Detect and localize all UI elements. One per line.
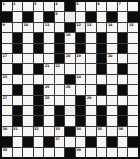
clue-number: 33 [55, 127, 59, 131]
crossword-letter-cell[interactable] [44, 116, 54, 125]
crossword-letter-cell[interactable] [34, 23, 44, 32]
crossword-letter-cell[interactable] [2, 116, 12, 125]
crossword-block-cell [44, 137, 54, 146]
crossword-block-cell [23, 137, 33, 146]
crossword-letter-cell[interactable]: 2 [13, 2, 23, 11]
crossword-letter-cell[interactable]: 15 [128, 23, 138, 32]
crossword-letter-cell[interactable] [86, 75, 96, 84]
crossword-letter-cell[interactable] [23, 106, 33, 115]
crossword-letter-cell[interactable] [107, 106, 117, 115]
clue-number: 22 [55, 64, 59, 68]
crossword-letter-cell[interactable] [34, 75, 44, 84]
crossword-letter-cell[interactable] [107, 148, 117, 157]
crossword-letter-cell[interactable] [128, 54, 138, 63]
clue-number: 17 [3, 54, 7, 58]
crossword-block-cell [76, 116, 86, 125]
crossword-block-cell [55, 44, 65, 53]
crossword-block-cell [65, 23, 75, 32]
crossword-block-cell [97, 116, 107, 125]
crossword-letter-cell[interactable] [65, 106, 75, 115]
crossword-block-cell [13, 116, 23, 125]
crossword-letter-cell[interactable] [65, 64, 75, 73]
crossword-block-cell [128, 137, 138, 146]
crossword-letter-cell[interactable] [65, 96, 75, 105]
crossword-block-cell [13, 85, 23, 94]
crossword-letter-cell[interactable]: 33 [55, 127, 65, 136]
crossword-block-cell [13, 44, 23, 53]
crossword-letter-cell[interactable] [97, 148, 107, 157]
crossword-letter-cell[interactable] [23, 96, 33, 105]
crossword-letter-cell[interactable]: 21 [44, 64, 54, 73]
crossword-letter-cell[interactable]: 1 [2, 2, 12, 11]
crossword-letter-cell[interactable] [118, 54, 128, 63]
crossword-letter-cell[interactable] [65, 116, 75, 125]
clue-number: 35 [97, 127, 101, 131]
crossword-letter-cell[interactable] [128, 2, 138, 11]
crossword-letter-cell[interactable]: 22 [55, 64, 65, 73]
crossword-block-cell [13, 33, 23, 42]
crossword-letter-cell[interactable] [23, 116, 33, 125]
crossword-letter-cell[interactable] [128, 116, 138, 125]
crossword-letter-cell[interactable]: 23 [2, 75, 12, 84]
clue-number: 23 [3, 75, 7, 79]
crossword-letter-cell[interactable] [107, 2, 117, 11]
crossword-block-cell [13, 106, 23, 115]
crossword-block-cell [76, 106, 86, 115]
crossword-block-cell [34, 33, 44, 42]
crossword-letter-cell[interactable]: 16 [65, 33, 75, 42]
crossword-block-cell [97, 44, 107, 53]
clue-number: 29 [87, 96, 91, 100]
crossword-letter-cell[interactable]: 7 [118, 2, 128, 11]
crossword-letter-cell[interactable]: 4 [55, 2, 65, 11]
crossword-letter-cell[interactable]: 10 [23, 23, 33, 32]
crossword-letter-cell[interactable]: 31 [13, 127, 23, 136]
crossword-letter-cell[interactable] [107, 96, 117, 105]
crossword-block-cell [23, 12, 33, 21]
crossword-letter-cell[interactable]: 24 [76, 75, 86, 84]
crossword-letter-cell[interactable] [118, 12, 128, 21]
crossword-letter-cell[interactable] [86, 64, 96, 73]
crossword-letter-cell[interactable] [107, 127, 117, 136]
crossword-block-cell [76, 44, 86, 53]
crossword-letter-cell[interactable] [107, 64, 117, 73]
crossword-letter-cell[interactable] [76, 85, 86, 94]
crossword-block-cell [86, 12, 96, 21]
crossword-letter-cell[interactable] [65, 137, 75, 146]
crossword-letter-cell[interactable] [44, 106, 54, 115]
crossword-letter-cell[interactable] [86, 148, 96, 157]
crossword-block-cell [86, 137, 96, 146]
crossword-letter-cell[interactable] [34, 54, 44, 63]
crossword-letter-cell[interactable] [44, 2, 54, 11]
crossword-letter-cell[interactable]: 18 [65, 54, 75, 63]
clue-number: 36 [118, 127, 122, 131]
crossword-letter-cell[interactable] [118, 96, 128, 105]
crossword-letter-cell[interactable]: 3 [34, 2, 44, 11]
crossword-letter-cell[interactable]: 19 [76, 54, 86, 63]
crossword-letter-cell[interactable] [118, 75, 128, 84]
crossword-letter-cell[interactable] [128, 75, 138, 84]
crossword-letter-cell[interactable] [76, 64, 86, 73]
crossword-letter-cell[interactable]: 17 [2, 54, 12, 63]
crossword-letter-cell[interactable] [23, 2, 33, 11]
crossword-letter-cell[interactable] [65, 44, 75, 53]
crossword-letter-cell[interactable] [128, 148, 138, 157]
clue-number: 30 [3, 127, 7, 131]
crossword-letter-cell[interactable]: 13 [86, 23, 96, 32]
crossword-letter-cell[interactable] [13, 75, 23, 84]
crossword-letter-cell[interactable] [86, 54, 96, 63]
clue-number: 25 [45, 85, 49, 89]
crossword-block-cell [76, 96, 86, 105]
crossword-letter-cell[interactable] [107, 116, 117, 125]
crossword-letter-cell[interactable] [23, 75, 33, 84]
crossword-block-cell [55, 116, 65, 125]
crossword-block-cell [65, 2, 75, 11]
crossword-letter-cell[interactable] [76, 12, 86, 21]
clue-number: 1 [3, 2, 5, 6]
clue-number: 34 [76, 127, 80, 131]
crossword-letter-cell[interactable] [44, 33, 54, 42]
crossword-block-cell [13, 64, 23, 73]
crossword-block-cell [118, 85, 128, 94]
crossword-letter-cell[interactable] [13, 96, 23, 105]
crossword-block-cell [128, 12, 138, 21]
crossword-letter-cell[interactable]: 28 [44, 96, 54, 105]
clue-number: 31 [13, 127, 17, 131]
crossword-letter-cell[interactable] [65, 12, 75, 21]
clue-number: 28 [45, 96, 49, 100]
crossword-letter-cell[interactable] [118, 137, 128, 146]
crossword-letter-cell[interactable] [23, 33, 33, 42]
clue-number: 24 [76, 75, 80, 79]
crossword-letter-cell[interactable] [128, 44, 138, 53]
crossword-letter-cell[interactable]: 20 [107, 54, 117, 63]
crossword-letter-cell[interactable]: 8 [55, 12, 65, 21]
clue-number: 5 [76, 2, 78, 6]
crossword-letter-cell[interactable] [86, 85, 96, 94]
crossword-letter-cell[interactable] [128, 85, 138, 94]
crossword-letter-cell[interactable] [76, 137, 86, 146]
crossword-letter-cell[interactable] [107, 75, 117, 84]
clue-number: 16 [66, 33, 70, 37]
crossword-letter-cell[interactable] [107, 85, 117, 94]
crossword-letter-cell[interactable] [55, 96, 65, 105]
crossword-letter-cell[interactable] [13, 12, 23, 21]
crossword-letter-cell[interactable] [2, 106, 12, 115]
crossword-block-cell [118, 33, 128, 42]
clue-number: 8 [55, 12, 57, 16]
crossword-letter-cell[interactable] [97, 12, 107, 21]
crossword-block-cell [107, 12, 117, 21]
crossword-block-cell [118, 44, 128, 53]
crossword-letter-cell[interactable] [86, 127, 96, 136]
crossword-letter-cell[interactable] [44, 54, 54, 63]
crossword-letter-cell[interactable] [23, 85, 33, 94]
crossword-letter-cell[interactable] [128, 106, 138, 115]
clue-number: 2 [13, 2, 15, 6]
crossword-block-cell [34, 116, 44, 125]
crossword-letter-cell[interactable] [86, 116, 96, 125]
crossword-letter-cell[interactable] [13, 23, 23, 32]
clue-number: 11 [45, 23, 49, 27]
clue-number: 6 [97, 2, 99, 6]
crossword-letter-cell[interactable] [34, 12, 44, 21]
clue-number: 10 [24, 23, 28, 27]
crossword-letter-cell[interactable]: 12 [76, 23, 86, 32]
crossword-letter-cell[interactable] [55, 75, 65, 84]
clue-number: 9 [3, 23, 5, 27]
crossword-letter-cell[interactable] [97, 96, 107, 105]
crossword-letter-cell[interactable]: 25 [44, 85, 54, 94]
clue-number: 12 [76, 23, 80, 27]
crossword-letter-cell[interactable] [2, 64, 12, 73]
crossword-block-cell [107, 137, 117, 146]
crossword-block-cell [34, 44, 44, 53]
crossword-block-cell [97, 85, 107, 94]
crossword-letter-cell[interactable] [107, 44, 117, 53]
crossword-letter-cell[interactable] [97, 75, 107, 84]
crossword-block-cell [76, 33, 86, 42]
crossword-grid: 1234567891011121314151617181920212223242… [0, 0, 140, 159]
crossword-letter-cell[interactable]: 32 [34, 127, 44, 136]
crossword-letter-cell[interactable] [44, 75, 54, 84]
clue-number: 37 [55, 137, 59, 141]
crossword-block-cell [34, 106, 44, 115]
crossword-letter-cell[interactable] [13, 137, 23, 146]
crossword-letter-cell[interactable]: 35 [97, 127, 107, 136]
crossword-letter-cell[interactable] [23, 44, 33, 53]
crossword-letter-cell[interactable]: 6 [97, 2, 107, 11]
crossword-block-cell [2, 12, 12, 21]
crossword-letter-cell[interactable] [55, 23, 65, 32]
crossword-block-cell [118, 64, 128, 73]
clue-number: 20 [108, 54, 112, 58]
crossword-letter-cell[interactable] [44, 44, 54, 53]
crossword-block-cell [65, 75, 75, 84]
crossword-letter-cell[interactable]: 37 [55, 137, 65, 146]
crossword-letter-cell[interactable] [2, 33, 12, 42]
clue-number: 27 [3, 96, 7, 100]
crossword-letter-cell[interactable] [34, 148, 44, 157]
crossword-letter-cell[interactable]: 14 [107, 23, 117, 32]
crossword-letter-cell[interactable] [86, 2, 96, 11]
clue-number: 39 [76, 148, 80, 152]
clue-number: 21 [45, 64, 49, 68]
crossword-letter-cell[interactable] [128, 96, 138, 105]
clue-number: 14 [108, 23, 112, 27]
crossword-block-cell [97, 106, 107, 115]
crossword-letter-cell[interactable] [86, 44, 96, 53]
clue-number: 32 [34, 127, 38, 131]
crossword-block-cell [55, 33, 65, 42]
crossword-letter-cell[interactable]: 29 [86, 96, 96, 105]
crossword-letter-cell[interactable] [55, 85, 65, 94]
crossword-block-cell [34, 85, 44, 94]
crossword-letter-cell[interactable]: 38 [2, 148, 12, 157]
crossword-block-cell [34, 64, 44, 73]
clue-number: 38 [3, 148, 7, 152]
crossword-letter-cell[interactable] [13, 148, 23, 157]
crossword-letter-cell[interactable] [128, 127, 138, 136]
crossword-block-cell [118, 116, 128, 125]
crossword-letter-cell[interactable]: 36 [118, 127, 128, 136]
crossword-letter-cell[interactable] [23, 54, 33, 63]
crossword-letter-cell[interactable] [2, 85, 12, 94]
crossword-letter-cell[interactable]: 27 [2, 96, 12, 105]
crossword-block-cell [2, 137, 12, 146]
clue-number: 19 [76, 54, 80, 58]
crossword-letter-cell[interactable] [128, 64, 138, 73]
crossword-letter-cell[interactable] [13, 54, 23, 63]
clue-number: 3 [34, 2, 36, 6]
crossword-block-cell [118, 106, 128, 115]
crossword-letter-cell[interactable]: 30 [2, 127, 12, 136]
clue-number: 26 [66, 85, 70, 89]
crossword-letter-cell[interactable] [118, 148, 128, 157]
crossword-letter-cell[interactable]: 9 [2, 23, 12, 32]
clue-number: 15 [129, 23, 133, 27]
crossword-block-cell [97, 33, 107, 42]
crossword-letter-cell[interactable] [128, 33, 138, 42]
crossword-letter-cell[interactable]: 11 [44, 23, 54, 32]
crossword-letter-cell[interactable]: 39 [76, 148, 86, 157]
crossword-letter-cell[interactable]: 5 [76, 2, 86, 11]
crossword-block-cell [97, 64, 107, 73]
clue-number: 13 [87, 23, 91, 27]
crossword-block-cell [65, 148, 75, 157]
crossword-block-cell [55, 106, 65, 115]
crossword-letter-cell[interactable] [44, 127, 54, 136]
clue-number: 7 [118, 2, 120, 6]
crossword-letter-cell[interactable] [44, 148, 54, 157]
crossword-letter-cell[interactable]: 34 [76, 127, 86, 136]
crossword-block-cell [65, 127, 75, 136]
crossword-letter-cell[interactable] [23, 127, 33, 136]
clue-number: 4 [55, 2, 57, 6]
crossword-block-cell [55, 54, 65, 63]
clue-number: 18 [66, 54, 70, 58]
crossword-block-cell [34, 96, 44, 105]
crossword-letter-cell[interactable] [23, 148, 33, 157]
crossword-letter-cell[interactable] [118, 23, 128, 32]
crossword-block-cell [97, 54, 107, 63]
crossword-letter-cell[interactable] [86, 33, 96, 42]
crossword-letter-cell[interactable] [107, 33, 117, 42]
crossword-block-cell [44, 12, 54, 21]
crossword-letter-cell[interactable] [2, 44, 12, 53]
crossword-letter-cell[interactable] [23, 64, 33, 73]
crossword-letter-cell[interactable] [97, 23, 107, 32]
crossword-letter-cell[interactable] [97, 137, 107, 146]
crossword-letter-cell[interactable] [55, 148, 65, 157]
crossword-letter-cell[interactable] [86, 106, 96, 115]
crossword-letter-cell[interactable] [34, 137, 44, 146]
crossword-letter-cell[interactable]: 26 [65, 85, 75, 94]
